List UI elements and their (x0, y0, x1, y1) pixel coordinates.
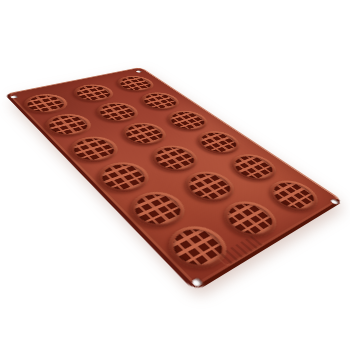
corner-hole-bottom-right (191, 277, 204, 287)
waffle-cavity (67, 82, 120, 105)
product-photo (0, 0, 350, 350)
waffle-cavity (160, 108, 215, 135)
cavity-grid (141, 68, 340, 200)
waffle-cavity (176, 167, 244, 208)
corner-hole-top-left (135, 70, 142, 73)
silicone-waffle-mold (4, 67, 344, 292)
embossed-logo (217, 234, 266, 266)
corner-hole-bottom-left (10, 95, 18, 99)
waffle-cavity (111, 74, 160, 95)
waffle-cavity (158, 219, 239, 277)
waffle-cavity (223, 150, 285, 186)
mold-shadow (0, 0, 350, 350)
waffle-cavity (90, 100, 146, 126)
corner-hole-top-right (330, 199, 340, 205)
waffle-cavity (189, 128, 247, 159)
waffle-cavity (134, 90, 186, 113)
